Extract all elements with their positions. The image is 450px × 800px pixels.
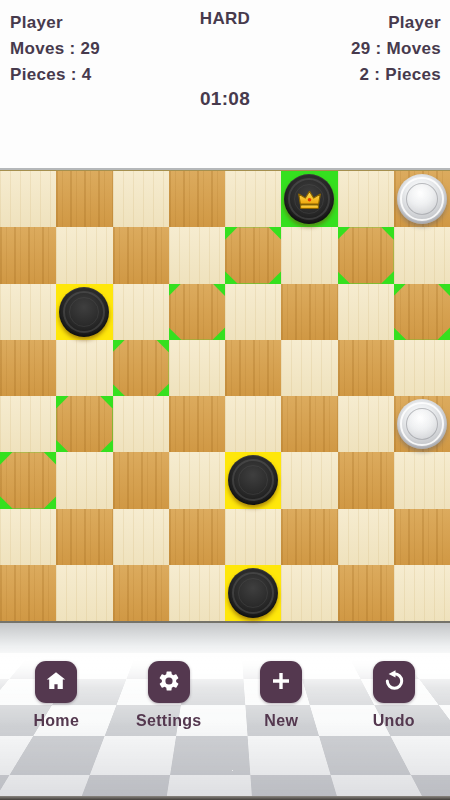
right-player-pieces: 2 : Pieces — [351, 62, 441, 88]
square-5-6[interactable] — [338, 452, 394, 508]
board — [0, 170, 450, 623]
left-player-moves: Moves : 29 — [10, 36, 100, 62]
square-7-2[interactable] — [113, 565, 169, 621]
square-0-3[interactable] — [169, 171, 225, 227]
square-2-3[interactable] — [169, 284, 225, 340]
square-1-3[interactable] — [169, 227, 225, 283]
square-5-3[interactable] — [169, 452, 225, 508]
square-4-0[interactable] — [0, 396, 56, 452]
square-0-1[interactable] — [56, 171, 112, 227]
square-2-7[interactable] — [394, 284, 450, 340]
square-3-6[interactable] — [338, 340, 394, 396]
square-1-7[interactable] — [394, 227, 450, 283]
square-6-4[interactable] — [225, 509, 281, 565]
new-label: New — [264, 712, 298, 730]
square-6-2[interactable] — [113, 509, 169, 565]
square-3-4[interactable] — [225, 340, 281, 396]
right-player-name: Player — [351, 10, 441, 36]
square-2-4[interactable] — [225, 284, 281, 340]
black-man-piece[interactable] — [228, 568, 278, 618]
square-5-0[interactable] — [0, 452, 56, 508]
undo-slot: Undo — [338, 661, 450, 730]
square-5-1[interactable] — [56, 452, 112, 508]
game-header: Player Moves : 29 Pieces : 4 HARD 01:08 … — [0, 0, 450, 170]
square-0-0[interactable] — [0, 171, 56, 227]
square-2-6[interactable] — [338, 284, 394, 340]
gear-icon — [157, 669, 181, 696]
square-1-5[interactable] — [281, 227, 337, 283]
square-4-2[interactable] — [113, 396, 169, 452]
app-screen: Player Moves : 29 Pieces : 4 HARD 01:08 … — [0, 0, 450, 800]
square-3-0[interactable] — [0, 340, 56, 396]
bottom-bar: Home Settings New — [0, 623, 450, 800]
square-0-2[interactable] — [113, 171, 169, 227]
right-player-moves: 29 : Moves — [351, 36, 441, 62]
square-3-1[interactable] — [56, 340, 112, 396]
white-man-piece[interactable] — [397, 174, 447, 224]
square-3-2[interactable] — [113, 340, 169, 396]
plus-icon — [269, 669, 293, 696]
game-timer: 01:08 — [0, 86, 450, 112]
square-7-6[interactable] — [338, 565, 394, 621]
settings-button[interactable] — [148, 661, 190, 703]
square-4-6[interactable] — [338, 396, 394, 452]
undo-label: Undo — [373, 712, 415, 730]
square-7-7[interactable] — [394, 565, 450, 621]
home-button[interactable] — [35, 661, 77, 703]
square-6-1[interactable] — [56, 509, 112, 565]
settings-label: Settings — [136, 712, 202, 730]
square-2-5[interactable] — [281, 284, 337, 340]
square-0-6[interactable] — [338, 171, 394, 227]
crown-icon — [296, 188, 323, 211]
settings-slot: Settings — [113, 661, 226, 730]
square-4-4[interactable] — [225, 396, 281, 452]
square-6-7[interactable] — [394, 509, 450, 565]
undo-button[interactable] — [373, 661, 415, 703]
square-4-3[interactable] — [169, 396, 225, 452]
black-man-piece[interactable] — [59, 287, 109, 337]
square-7-1[interactable] — [56, 565, 112, 621]
square-3-5[interactable] — [281, 340, 337, 396]
square-6-0[interactable] — [0, 509, 56, 565]
square-3-3[interactable] — [169, 340, 225, 396]
square-5-5[interactable] — [281, 452, 337, 508]
square-2-2[interactable] — [113, 284, 169, 340]
square-1-2[interactable] — [113, 227, 169, 283]
square-1-1[interactable] — [56, 227, 112, 283]
square-7-0[interactable] — [0, 565, 56, 621]
square-2-0[interactable] — [0, 284, 56, 340]
square-7-5[interactable] — [281, 565, 337, 621]
square-1-4[interactable] — [225, 227, 281, 283]
square-4-1[interactable] — [56, 396, 112, 452]
square-5-2[interactable] — [113, 452, 169, 508]
square-6-5[interactable] — [281, 509, 337, 565]
bottom-strip — [0, 796, 450, 800]
square-4-5[interactable] — [281, 396, 337, 452]
left-player-pieces: Pieces : 4 — [10, 62, 100, 88]
square-5-7[interactable] — [394, 452, 450, 508]
undo-icon — [382, 669, 406, 696]
square-7-3[interactable] — [169, 565, 225, 621]
new-game-button[interactable] — [260, 661, 302, 703]
home-icon — [44, 669, 68, 696]
square-3-7[interactable] — [394, 340, 450, 396]
new-slot: New — [225, 661, 338, 730]
square-1-6[interactable] — [338, 227, 394, 283]
home-label: Home — [33, 712, 79, 730]
square-1-0[interactable] — [0, 227, 56, 283]
toolbar: Home Settings New — [0, 661, 450, 730]
player-stats-right: Player 29 : Moves 2 : Pieces — [351, 10, 441, 88]
square-6-3[interactable] — [169, 509, 225, 565]
square-6-6[interactable] — [338, 509, 394, 565]
white-man-piece[interactable] — [397, 399, 447, 449]
square-0-4[interactable] — [225, 171, 281, 227]
home-slot: Home — [0, 661, 113, 730]
